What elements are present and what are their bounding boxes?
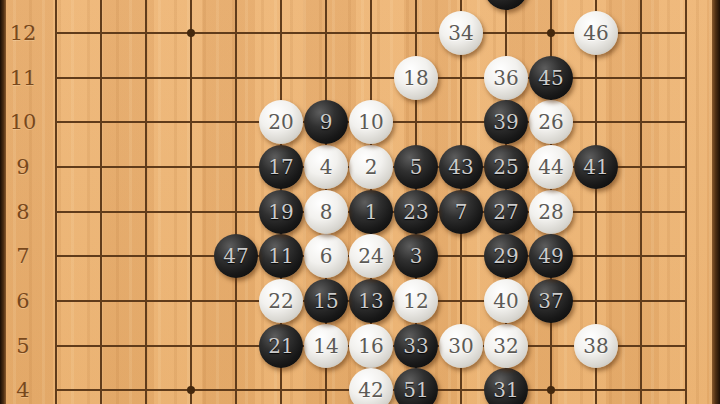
stone-black-23[interactable]: 23 [394, 190, 438, 234]
stone-black-7[interactable]: 7 [439, 190, 483, 234]
stone-white-36[interactable]: 36 [484, 56, 528, 100]
stone-number: 33 [403, 334, 428, 358]
stone-number: 16 [358, 334, 383, 358]
stone-number: 7 [455, 200, 468, 224]
row-label-8: 8 [6, 198, 40, 226]
stone-black-51[interactable]: 51 [394, 368, 438, 404]
stone-number: 46 [583, 21, 608, 45]
stone-white-32[interactable]: 32 [484, 324, 528, 368]
stone-black-3[interactable]: 3 [394, 234, 438, 278]
row-label-10: 10 [6, 108, 40, 136]
stone-number: 45 [538, 66, 563, 90]
grid-line-vertical [190, 0, 192, 404]
stone-number: 40 [493, 289, 518, 313]
stone-number: 17 [268, 155, 293, 179]
stone-number: 38 [583, 334, 608, 358]
stone-number: 4 [320, 155, 333, 179]
stone-black-39[interactable]: 39 [484, 100, 528, 144]
stone-number: 18 [403, 66, 428, 90]
stone-black-17[interactable]: 17 [259, 145, 303, 189]
row-label-5: 5 [6, 332, 40, 360]
grid-line-horizontal [55, 77, 687, 79]
board-right-edge [712, 0, 720, 404]
stone-number: 14 [313, 334, 338, 358]
stone-white-8[interactable]: 8 [304, 190, 348, 234]
stone-white-42[interactable]: 42 [349, 368, 393, 404]
stone-number: 19 [268, 200, 293, 224]
grid-line-vertical [685, 0, 687, 404]
stone-number: 51 [403, 378, 428, 402]
stone-black-43[interactable]: 43 [439, 145, 483, 189]
grid-line-vertical [55, 0, 57, 404]
stone-white-12[interactable]: 12 [394, 279, 438, 323]
stone-number: 44 [538, 155, 563, 179]
stone-number: 32 [493, 334, 518, 358]
grid-line-vertical [145, 0, 147, 404]
stone-white-20[interactable]: 20 [259, 100, 303, 144]
stone-white-10[interactable]: 10 [349, 100, 393, 144]
grid-line-vertical [235, 0, 237, 404]
stone-black-45[interactable]: 45 [529, 56, 573, 100]
stone-number: 5 [410, 155, 423, 179]
stone-black-41[interactable]: 41 [574, 145, 618, 189]
stone-white-40[interactable]: 40 [484, 279, 528, 323]
row-label-6: 6 [6, 287, 40, 315]
stone-number: 24 [358, 244, 383, 268]
stone-number: 26 [538, 110, 563, 134]
stone-number: 22 [268, 289, 293, 313]
stone-black-21[interactable]: 21 [259, 324, 303, 368]
stone-white-38[interactable]: 38 [574, 324, 618, 368]
stone-white-28[interactable]: 28 [529, 190, 573, 234]
stone-white-18[interactable]: 18 [394, 56, 438, 100]
stone-black-9[interactable]: 9 [304, 100, 348, 144]
stone-white-14[interactable]: 14 [304, 324, 348, 368]
stone-number: 13 [358, 289, 383, 313]
stone-black-11[interactable]: 11 [259, 234, 303, 278]
stone-number: 30 [448, 334, 473, 358]
stone-black-31[interactable]: 31 [484, 368, 528, 404]
stone-number: 10 [358, 110, 383, 134]
stone-white-16[interactable]: 16 [349, 324, 393, 368]
stone-white-4[interactable]: 4 [304, 145, 348, 189]
stone-number: 1 [365, 200, 378, 224]
board-left-edge [0, 0, 6, 404]
stone-number: 6 [320, 244, 333, 268]
star-point [187, 29, 195, 37]
stone-white-34[interactable]: 34 [439, 11, 483, 55]
stone-black-13[interactable]: 13 [349, 279, 393, 323]
row-label-12: 12 [6, 19, 40, 47]
stone-white-30[interactable]: 30 [439, 324, 483, 368]
stone-number: 47 [223, 244, 248, 268]
stone-number: 27 [493, 200, 518, 224]
go-board-screenshot: 121110987654 123456789101112131415161718… [0, 0, 720, 404]
stone-number: 15 [313, 289, 338, 313]
stone-black-47[interactable]: 47 [214, 234, 258, 278]
stone-number: 25 [493, 155, 518, 179]
stone-number: 11 [268, 244, 293, 268]
stone-number: 34 [448, 21, 473, 45]
stone-black-1[interactable]: 1 [349, 190, 393, 234]
stone-number: 3 [410, 244, 423, 268]
stone-white-46[interactable]: 46 [574, 11, 618, 55]
stone-number: 23 [403, 200, 428, 224]
stone-number: 29 [493, 244, 518, 268]
stone-white-24[interactable]: 24 [349, 234, 393, 278]
stone-number: 20 [268, 110, 293, 134]
stone-black-37[interactable]: 37 [529, 279, 573, 323]
stone-black-15[interactable]: 15 [304, 279, 348, 323]
stone-black-19[interactable]: 19 [259, 190, 303, 234]
row-label-9: 9 [6, 153, 40, 181]
stone-white-22[interactable]: 22 [259, 279, 303, 323]
stone-number: 28 [538, 200, 563, 224]
grid-line-vertical [100, 0, 102, 404]
stone-number: 36 [493, 66, 518, 90]
stone-number: 43 [448, 155, 473, 179]
stone-number: 8 [320, 200, 333, 224]
row-label-11: 11 [6, 64, 40, 92]
stone-white-26[interactable]: 26 [529, 100, 573, 144]
stone-number: 21 [268, 334, 293, 358]
stone-white-6[interactable]: 6 [304, 234, 348, 278]
stone-black-27[interactable]: 27 [484, 190, 528, 234]
stone-white-44[interactable]: 44 [529, 145, 573, 189]
stone-number: 42 [358, 378, 383, 402]
stone-black-5[interactable]: 5 [394, 145, 438, 189]
star-point [547, 29, 555, 37]
stone-number: 9 [320, 110, 333, 134]
row-label-7: 7 [6, 242, 40, 270]
stone-black-29[interactable]: 29 [484, 234, 528, 278]
stone-white-2[interactable]: 2 [349, 145, 393, 189]
stone-black-25[interactable]: 25 [484, 145, 528, 189]
stone-number: 31 [493, 378, 518, 402]
stone-number: 39 [493, 110, 518, 134]
row-label-4: 4 [6, 376, 40, 404]
stone-number: 49 [538, 244, 563, 268]
stone-number: 12 [403, 289, 428, 313]
stone-number: 37 [538, 289, 563, 313]
stone-black-49[interactable]: 49 [529, 234, 573, 278]
stone-number: 41 [583, 155, 608, 179]
stone-number: 2 [365, 155, 378, 179]
grid-line-vertical [640, 0, 642, 404]
stone-black-33[interactable]: 33 [394, 324, 438, 368]
